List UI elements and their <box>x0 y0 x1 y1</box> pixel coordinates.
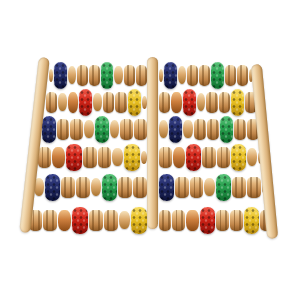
roller-wood-bead <box>114 66 122 84</box>
roller-wood-barrel <box>171 92 182 113</box>
right-half-row-4 <box>158 143 264 171</box>
left-half-row-1 <box>48 61 147 89</box>
roller-wood-ridged <box>159 147 172 168</box>
roller-red <box>72 207 88 234</box>
roller-red <box>183 89 196 116</box>
roller-wood-ridged <box>225 65 236 86</box>
roller-wood-ridged <box>134 119 147 140</box>
roller-green <box>102 174 118 201</box>
right-half-row-1 <box>158 61 254 89</box>
roller-wood-ridged <box>159 210 172 231</box>
left-half-row-2 <box>45 88 147 116</box>
right-half-row-3 <box>158 115 260 143</box>
roller-navy <box>42 116 56 143</box>
roller-wood-bead <box>91 178 101 196</box>
left-half-row-5 <box>33 173 147 201</box>
roller-navy <box>169 116 183 143</box>
roller-wood-ridged <box>207 119 219 140</box>
roller-navy <box>159 174 175 201</box>
roller-wood-ridged <box>219 92 230 113</box>
roller-red <box>186 144 201 171</box>
roller-green <box>101 62 113 89</box>
roller-navy <box>54 62 66 89</box>
roller-wood-cap <box>49 69 54 82</box>
roller-wood-ridged <box>70 119 83 140</box>
roller-wood-barrel <box>186 210 198 231</box>
roller-wood-ridged <box>77 65 88 86</box>
roller-green <box>211 62 224 89</box>
roller-wood-ridged <box>172 210 185 231</box>
roller-wood-ridged <box>76 177 90 198</box>
roller-wood-ridged <box>237 65 248 86</box>
roller-yellow <box>128 89 141 116</box>
roller-wood-ridged <box>89 210 103 231</box>
massager-board <box>0 0 300 300</box>
roller-wood-ridged <box>133 177 147 198</box>
roller-wood-bead <box>112 148 122 166</box>
roller-wood-ridged <box>234 119 246 140</box>
roller-wood-barrel <box>52 147 65 168</box>
roller-wood-bead <box>197 93 206 111</box>
roller-wood-bead <box>93 93 102 111</box>
roller-wood-cap <box>141 151 147 164</box>
roller-wood-bead <box>178 66 186 84</box>
roller-red <box>79 89 92 116</box>
roller-wood-ridged <box>61 177 75 198</box>
roller-wood-ridged <box>89 65 100 86</box>
roller-red <box>66 144 82 171</box>
roller-wood-ridged <box>190 177 204 198</box>
roller-wood-barrel <box>68 92 79 113</box>
roller-wood-ridged <box>217 147 230 168</box>
roller-wood-ridged <box>175 177 189 198</box>
left-half-row-6 <box>28 206 147 234</box>
roller-red <box>200 207 215 234</box>
roller-wood-ridged <box>216 210 229 231</box>
roller-wood-ridged <box>247 177 261 198</box>
roller-navy <box>164 62 177 89</box>
roller-green <box>216 174 232 201</box>
roller-wood-ridged <box>136 65 147 86</box>
roller-wood-cap <box>159 69 164 82</box>
roller-wood-bead <box>58 93 67 111</box>
roller-wood-bead <box>159 120 168 138</box>
roller-wood-ridged <box>98 147 112 168</box>
roller-wood-ridged <box>159 92 170 113</box>
roller-wood-ridged <box>103 92 114 113</box>
roller-green <box>220 116 234 143</box>
roller-wood-bead <box>68 66 76 84</box>
roller-wood-cap <box>142 96 147 109</box>
roller-yellow <box>231 144 246 171</box>
roller-wood-ridged <box>118 177 132 198</box>
right-half-row-5 <box>158 173 268 201</box>
roller-wood-ridged <box>104 210 118 231</box>
left-half-row-4 <box>37 143 147 171</box>
roller-yellow <box>124 144 140 171</box>
roller-wood-bead <box>183 120 192 138</box>
roller-wood-ridged <box>120 119 133 140</box>
roller-wood-ridged <box>202 147 215 168</box>
roller-wood-ridged <box>124 65 135 86</box>
roller-wood-bead <box>84 120 94 138</box>
roller-wood-barrel <box>173 147 186 168</box>
roller-wood-ridged <box>206 92 217 113</box>
roller-wood-ridged <box>187 65 198 86</box>
roller-wood-ridged <box>46 92 57 113</box>
roller-yellow <box>244 207 259 234</box>
roller-navy <box>45 174 61 201</box>
roller-wood-bead <box>110 120 120 138</box>
roller-yellow <box>131 207 147 234</box>
right-half-row-6 <box>158 206 273 234</box>
roller-wood-ridged <box>199 65 210 86</box>
roller-wood-bead <box>247 148 257 166</box>
left-half-row-3 <box>41 115 147 143</box>
roller-wood-ridged <box>232 177 246 198</box>
roller-wood-bead <box>119 211 130 229</box>
roller-wood-ridged <box>230 210 243 231</box>
roller-yellow <box>231 89 244 116</box>
roller-wood-ridged <box>115 92 126 113</box>
roller-wood-barrel <box>58 210 71 231</box>
roller-wood-ridged <box>194 119 206 140</box>
roller-wood-bead <box>204 178 214 196</box>
roller-wood-ridged <box>43 210 57 231</box>
roller-wood-ridged <box>57 119 70 140</box>
frame-center-rail <box>147 57 158 229</box>
right-half-row-2 <box>158 88 257 116</box>
roller-green <box>95 116 109 143</box>
roller-wood-ridged <box>38 147 52 168</box>
roller-wood-ridged <box>83 147 97 168</box>
